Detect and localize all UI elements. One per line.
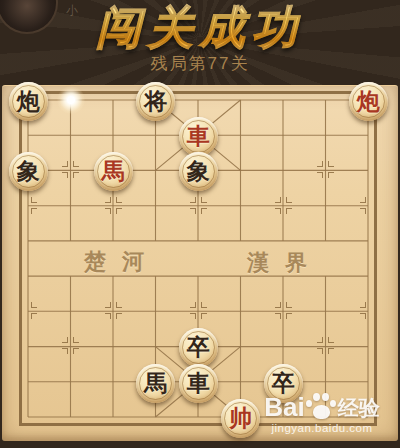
piece-red-cannon[interactable]: 炮 <box>349 82 388 121</box>
piece-glyph: 象 <box>17 160 40 183</box>
point-marker <box>275 302 292 319</box>
piece-glyph: 炮 <box>357 90 380 113</box>
pieces-layer: 炮将炮車象馬象卒馬車卒帅 <box>7 82 390 434</box>
piece-glyph: 炮 <box>17 90 40 113</box>
watermark: Bai 经验 jingyan.baidu.com <box>262 392 382 434</box>
piece-red-horse[interactable]: 馬 <box>94 152 133 191</box>
xiangqi-level-complete-screen: { "game": "xiangqi", "header": { "title"… <box>0 0 400 448</box>
piece-glyph: 卒 <box>187 336 210 359</box>
piece-glyph: 車 <box>187 125 210 148</box>
point-marker <box>317 337 334 354</box>
point-marker <box>105 197 122 214</box>
point-marker <box>105 302 122 319</box>
baidu-paw-icon <box>306 392 337 420</box>
watermark-url: jingyan.baidu.com <box>262 422 382 434</box>
point-marker <box>360 302 377 319</box>
piece-glyph: 帅 <box>229 407 252 430</box>
point-marker <box>317 161 334 178</box>
piece-glyph: 将 <box>144 90 167 113</box>
baidu-logo: Bai 经验 <box>262 392 382 420</box>
piece-red-chariot[interactable]: 車 <box>179 117 218 156</box>
piece-glyph: 卒 <box>272 372 295 395</box>
piece-glyph: 馬 <box>144 372 167 395</box>
baidu-logo-text: Bai <box>264 394 304 420</box>
point-marker <box>20 302 37 319</box>
point-marker <box>190 197 207 214</box>
point-marker <box>62 337 79 354</box>
piece-black-cannon-a[interactable]: 炮 <box>9 82 48 121</box>
piece-black-elephant-b[interactable]: 象 <box>179 152 218 191</box>
piece-black-general[interactable]: 将 <box>136 82 175 121</box>
piece-black-horse[interactable]: 馬 <box>136 364 175 403</box>
point-marker <box>190 302 207 319</box>
jingyan-label: 经验 <box>338 396 380 420</box>
point-marker <box>62 161 79 178</box>
point-marker <box>360 197 377 214</box>
last-move-highlight <box>57 86 85 114</box>
piece-black-elephant-a[interactable]: 象 <box>9 152 48 191</box>
piece-glyph: 象 <box>187 160 210 183</box>
piece-glyph: 馬 <box>102 160 125 183</box>
point-marker <box>20 197 37 214</box>
piece-red-general[interactable]: 帅 <box>221 399 260 438</box>
piece-black-soldier-a[interactable]: 卒 <box>179 328 218 367</box>
point-marker <box>275 197 292 214</box>
piece-black-chariot[interactable]: 車 <box>179 364 218 403</box>
piece-glyph: 車 <box>187 372 210 395</box>
